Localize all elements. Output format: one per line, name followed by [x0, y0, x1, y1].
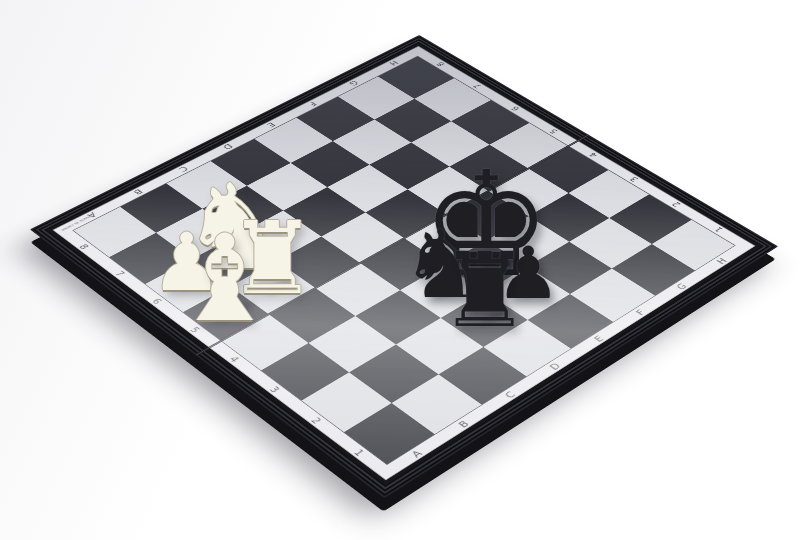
photo-stage: 87654321 87654321 HGFEDCBA HGFEDCBA MADE… — [0, 0, 800, 540]
